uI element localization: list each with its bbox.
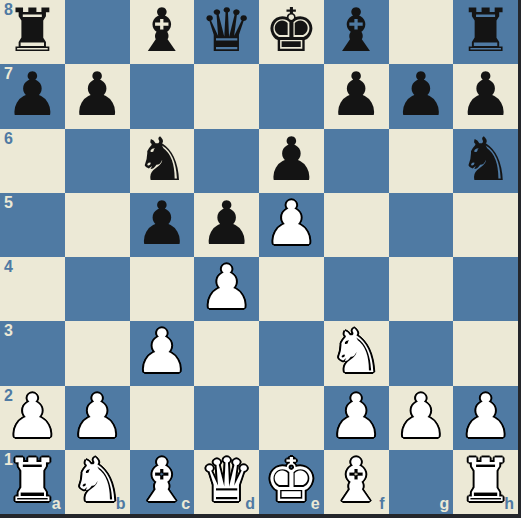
- black-pawn-piece[interactable]: ♟: [459, 64, 513, 124]
- square-c6[interactable]: ♞: [130, 129, 195, 193]
- square-g5[interactable]: [389, 193, 454, 257]
- square-g4[interactable]: [389, 257, 454, 321]
- square-b3[interactable]: [65, 321, 130, 385]
- square-g8[interactable]: [389, 0, 454, 64]
- square-e3[interactable]: [259, 321, 324, 385]
- square-e8[interactable]: ♚: [259, 0, 324, 64]
- white-king-piece[interactable]: ♚: [264, 450, 318, 510]
- rank-label-5: 5: [4, 195, 13, 211]
- square-d4[interactable]: ♟: [194, 257, 259, 321]
- black-pawn-piece[interactable]: ♟: [70, 64, 124, 124]
- square-d3[interactable]: [194, 321, 259, 385]
- square-c5[interactable]: ♟: [130, 193, 195, 257]
- chess-board-wrap: 8♜♝♛♚♝♜7♟♟♟♟♟6♞♟♞5♟♟♟4♟3♟♞2♟♟♟♟♟1a♜b♞c♝d…: [0, 0, 521, 518]
- rank-label-4: 4: [4, 259, 13, 275]
- white-pawn-piece[interactable]: ♟: [70, 386, 124, 446]
- black-pawn-piece[interactable]: ♟: [5, 64, 59, 124]
- square-h6[interactable]: ♞: [453, 129, 518, 193]
- square-d5[interactable]: ♟: [194, 193, 259, 257]
- square-c8[interactable]: ♝: [130, 0, 195, 64]
- square-g2[interactable]: ♟: [389, 386, 454, 450]
- black-bishop-piece[interactable]: ♝: [135, 0, 189, 60]
- white-rook-piece[interactable]: ♜: [5, 450, 59, 510]
- chess-board: 8♜♝♛♚♝♜7♟♟♟♟♟6♞♟♞5♟♟♟4♟3♟♞2♟♟♟♟♟1a♜b♞c♝d…: [0, 0, 521, 518]
- square-c4[interactable]: [130, 257, 195, 321]
- square-f5[interactable]: [324, 193, 389, 257]
- white-pawn-piece[interactable]: ♟: [264, 193, 318, 253]
- black-pawn-piece[interactable]: ♟: [135, 193, 189, 253]
- white-bishop-piece[interactable]: ♝: [135, 450, 189, 510]
- square-b4[interactable]: [65, 257, 130, 321]
- square-f4[interactable]: [324, 257, 389, 321]
- square-a2[interactable]: 2♟: [0, 386, 65, 450]
- square-e2[interactable]: [259, 386, 324, 450]
- square-d1[interactable]: d♛: [194, 450, 259, 514]
- square-b5[interactable]: [65, 193, 130, 257]
- square-h2[interactable]: ♟: [453, 386, 518, 450]
- square-c3[interactable]: ♟: [130, 321, 195, 385]
- black-knight-piece[interactable]: ♞: [459, 129, 513, 189]
- square-g3[interactable]: [389, 321, 454, 385]
- black-pawn-piece[interactable]: ♟: [329, 64, 383, 124]
- square-a6[interactable]: 6: [0, 129, 65, 193]
- square-e5[interactable]: ♟: [259, 193, 324, 257]
- white-knight-piece[interactable]: ♞: [70, 450, 124, 510]
- black-pawn-piece[interactable]: ♟: [200, 193, 254, 253]
- square-g6[interactable]: [389, 129, 454, 193]
- square-a1[interactable]: 1a♜: [0, 450, 65, 514]
- square-f2[interactable]: ♟: [324, 386, 389, 450]
- rank-label-6: 6: [4, 131, 13, 147]
- square-h4[interactable]: [453, 257, 518, 321]
- square-e4[interactable]: [259, 257, 324, 321]
- white-rook-piece[interactable]: ♜: [459, 450, 513, 510]
- square-g1[interactable]: g: [389, 450, 454, 514]
- square-c2[interactable]: [130, 386, 195, 450]
- square-a5[interactable]: 5: [0, 193, 65, 257]
- square-h8[interactable]: ♜: [453, 0, 518, 64]
- square-g7[interactable]: ♟: [389, 64, 454, 128]
- square-h7[interactable]: ♟: [453, 64, 518, 128]
- square-a3[interactable]: 3: [0, 321, 65, 385]
- square-h1[interactable]: h♜: [453, 450, 518, 514]
- square-d7[interactable]: [194, 64, 259, 128]
- square-d2[interactable]: [194, 386, 259, 450]
- white-pawn-piece[interactable]: ♟: [5, 386, 59, 446]
- square-f7[interactable]: ♟: [324, 64, 389, 128]
- square-a4[interactable]: 4: [0, 257, 65, 321]
- square-b8[interactable]: [65, 0, 130, 64]
- black-rook-piece[interactable]: ♜: [459, 0, 513, 60]
- square-d6[interactable]: [194, 129, 259, 193]
- rank-label-3: 3: [4, 323, 13, 339]
- white-pawn-piece[interactable]: ♟: [135, 321, 189, 381]
- square-b1[interactable]: b♞: [65, 450, 130, 514]
- square-e7[interactable]: [259, 64, 324, 128]
- black-queen-piece[interactable]: ♛: [200, 0, 254, 60]
- file-label-g: g: [439, 496, 449, 512]
- square-a8[interactable]: 8♜: [0, 0, 65, 64]
- square-f8[interactable]: ♝: [324, 0, 389, 64]
- white-queen-piece[interactable]: ♛: [200, 450, 254, 510]
- white-pawn-piece[interactable]: ♟: [394, 386, 448, 446]
- square-h5[interactable]: [453, 193, 518, 257]
- white-knight-piece[interactable]: ♞: [329, 321, 383, 381]
- black-pawn-piece[interactable]: ♟: [264, 129, 318, 189]
- black-king-piece[interactable]: ♚: [264, 0, 318, 60]
- white-pawn-piece[interactable]: ♟: [329, 386, 383, 446]
- square-f6[interactable]: [324, 129, 389, 193]
- square-e1[interactable]: e♚: [259, 450, 324, 514]
- square-c1[interactable]: c♝: [130, 450, 195, 514]
- square-b6[interactable]: [65, 129, 130, 193]
- square-c7[interactable]: [130, 64, 195, 128]
- square-b7[interactable]: ♟: [65, 64, 130, 128]
- black-bishop-piece[interactable]: ♝: [329, 0, 383, 60]
- square-d8[interactable]: ♛: [194, 0, 259, 64]
- black-pawn-piece[interactable]: ♟: [394, 64, 448, 124]
- square-f3[interactable]: ♞: [324, 321, 389, 385]
- square-e6[interactable]: ♟: [259, 129, 324, 193]
- square-a7[interactable]: 7♟: [0, 64, 65, 128]
- black-rook-piece[interactable]: ♜: [5, 0, 59, 60]
- white-bishop-piece[interactable]: ♝: [329, 450, 383, 510]
- white-pawn-piece[interactable]: ♟: [459, 386, 513, 446]
- square-f1[interactable]: f♝: [324, 450, 389, 514]
- square-b2[interactable]: ♟: [65, 386, 130, 450]
- black-knight-piece[interactable]: ♞: [135, 129, 189, 189]
- square-h3[interactable]: [453, 321, 518, 385]
- white-pawn-piece[interactable]: ♟: [200, 257, 254, 317]
